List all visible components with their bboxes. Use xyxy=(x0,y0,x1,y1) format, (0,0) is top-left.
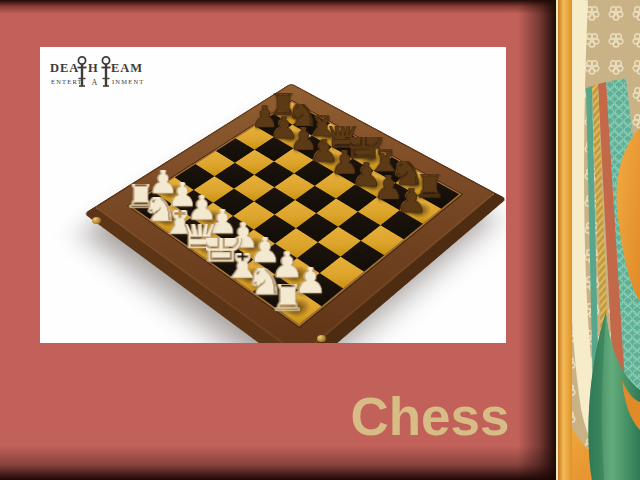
death-team-entertainment-logo: DEA H EAM ENTERT A INMENT xyxy=(48,54,156,92)
slide-bottom-shadow xyxy=(0,446,640,480)
board-foot xyxy=(92,217,101,224)
kimono-border-graphic xyxy=(556,0,640,480)
logo-text-h: H xyxy=(88,61,98,75)
key-icon xyxy=(102,57,111,86)
board-foot xyxy=(317,335,326,342)
slide-top-shadow xyxy=(0,0,560,14)
logo-text-eam: EAM xyxy=(111,61,143,75)
piece-black-pawn-h7: ♟ xyxy=(397,188,427,217)
board-frame: ♜♞♝♛♚♝♞♜♟♟♟♟♟♟♟♟♟♟♟♟♟♟♟♟♜♞♝♛♚♝♞♜ xyxy=(94,83,495,343)
logo-text-inment: INMENT xyxy=(112,78,144,85)
logo-text-a: A xyxy=(92,78,98,87)
chess-photo: DEA H EAM ENTERT A INMENT ♜♞♝♛♚♝♞♜♟♟♟♟♟♟… xyxy=(40,47,506,343)
slide-title: Chess xyxy=(320,386,540,447)
logo-text-entert: ENTERT xyxy=(51,78,83,85)
board-scene: ♜♞♝♛♚♝♞♜♟♟♟♟♟♟♟♟♟♟♟♟♟♟♟♟♜♞♝♛♚♝♞♜ xyxy=(153,58,437,342)
piece-white-rook-h1: ♜ xyxy=(272,284,305,316)
presentation-slide: DEA H EAM ENTERT A INMENT ♜♞♝♛♚♝♞♜♟♟♟♟♟♟… xyxy=(0,0,640,480)
board-tilt: ♜♞♝♛♚♝♞♜♟♟♟♟♟♟♟♟♟♟♟♟♟♟♟♟♜♞♝♛♚♝♞♜ xyxy=(94,83,495,343)
logo-text-dea: DEA xyxy=(50,61,79,75)
chess-board: ♜♞♝♛♚♝♞♜♟♟♟♟♟♟♟♟♟♟♟♟♟♟♟♟♜♞♝♛♚♝♞♜ xyxy=(131,102,459,324)
